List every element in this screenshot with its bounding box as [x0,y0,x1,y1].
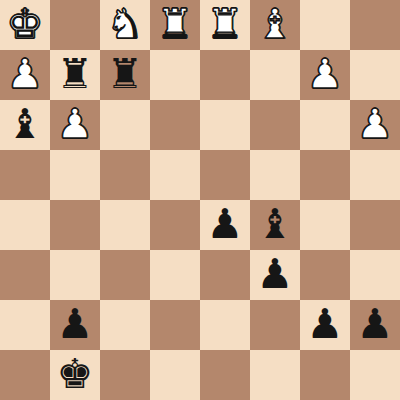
square-a1[interactable] [0,350,50,400]
white-pawn[interactable]: ♟ [57,99,94,149]
square-b4[interactable] [50,200,100,250]
square-f7[interactable] [250,50,300,100]
black-pawn[interactable]: ♟ [357,299,394,349]
square-e8[interactable]: ♜ [200,0,250,50]
square-h2[interactable]: ♟ [350,300,400,350]
black-pawn[interactable]: ♟ [257,249,294,299]
square-e4[interactable]: ♟ [200,200,250,250]
square-a2[interactable] [0,300,50,350]
white-rook[interactable]: ♜ [157,0,194,49]
square-c5[interactable] [100,150,150,200]
square-c8[interactable]: ♞ [100,0,150,50]
square-b8[interactable] [50,0,100,50]
square-d8[interactable]: ♜ [150,0,200,50]
square-e1[interactable] [200,350,250,400]
square-b2[interactable]: ♟ [50,300,100,350]
white-pawn[interactable]: ♟ [307,49,344,99]
square-a5[interactable] [0,150,50,200]
square-f4[interactable]: ♝ [250,200,300,250]
square-f6[interactable] [250,100,300,150]
square-d3[interactable] [150,250,200,300]
square-c1[interactable] [100,350,150,400]
chess-board: ♚♞♜♜♝♟♜♜♟♝♟♟♟♝♟♟♟♟♚ [0,0,400,400]
white-pawn[interactable]: ♟ [7,49,44,99]
white-knight[interactable]: ♞ [107,0,144,49]
square-f3[interactable]: ♟ [250,250,300,300]
square-c6[interactable] [100,100,150,150]
square-e7[interactable] [200,50,250,100]
square-f1[interactable] [250,350,300,400]
square-c4[interactable] [100,200,150,250]
black-pawn[interactable]: ♟ [207,199,244,249]
square-b5[interactable] [50,150,100,200]
square-c3[interactable] [100,250,150,300]
square-e2[interactable] [200,300,250,350]
square-h1[interactable] [350,350,400,400]
square-g8[interactable] [300,0,350,50]
square-e5[interactable] [200,150,250,200]
square-b3[interactable] [50,250,100,300]
square-h5[interactable] [350,150,400,200]
white-rook[interactable]: ♜ [207,0,244,49]
white-pawn[interactable]: ♟ [357,99,394,149]
square-a3[interactable] [0,250,50,300]
square-c2[interactable] [100,300,150,350]
square-g1[interactable] [300,350,350,400]
square-d4[interactable] [150,200,200,250]
square-f8[interactable]: ♝ [250,0,300,50]
square-e3[interactable] [200,250,250,300]
square-a6[interactable]: ♝ [0,100,50,150]
black-rook[interactable]: ♜ [57,49,94,99]
square-c7[interactable]: ♜ [100,50,150,100]
square-d1[interactable] [150,350,200,400]
black-bishop[interactable]: ♝ [7,99,44,149]
square-b7[interactable]: ♜ [50,50,100,100]
square-h7[interactable] [350,50,400,100]
square-a7[interactable]: ♟ [0,50,50,100]
square-h6[interactable]: ♟ [350,100,400,150]
black-pawn[interactable]: ♟ [307,299,344,349]
square-d7[interactable] [150,50,200,100]
white-king[interactable]: ♚ [7,0,44,49]
square-g6[interactable] [300,100,350,150]
square-h3[interactable] [350,250,400,300]
square-d5[interactable] [150,150,200,200]
black-king[interactable]: ♚ [57,349,94,399]
square-g5[interactable] [300,150,350,200]
square-b1[interactable]: ♚ [50,350,100,400]
square-g7[interactable]: ♟ [300,50,350,100]
white-bishop[interactable]: ♝ [257,0,294,49]
black-pawn[interactable]: ♟ [57,299,94,349]
square-f2[interactable] [250,300,300,350]
square-a8[interactable]: ♚ [0,0,50,50]
square-d6[interactable] [150,100,200,150]
black-bishop[interactable]: ♝ [257,199,294,249]
square-g2[interactable]: ♟ [300,300,350,350]
square-g4[interactable] [300,200,350,250]
square-h8[interactable] [350,0,400,50]
square-b6[interactable]: ♟ [50,100,100,150]
square-f5[interactable] [250,150,300,200]
square-a4[interactable] [0,200,50,250]
square-e6[interactable] [200,100,250,150]
square-d2[interactable] [150,300,200,350]
square-h4[interactable] [350,200,400,250]
black-rook[interactable]: ♜ [107,49,144,99]
square-g3[interactable] [300,250,350,300]
